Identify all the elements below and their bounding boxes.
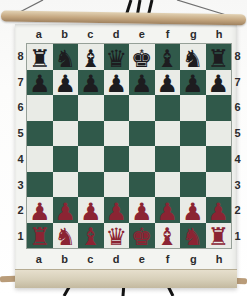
- rank-labels-right: 87654321: [232, 43, 243, 249]
- rank-label: 5: [232, 120, 243, 146]
- piece-red-bishop[interactable]: ♝: [156, 225, 178, 249]
- file-label: e: [129, 252, 155, 266]
- piece-red-knight[interactable]: ♞: [182, 225, 204, 249]
- piece-black-pawn[interactable]: ♟: [156, 72, 178, 96]
- rank-label: 6: [232, 95, 243, 121]
- rank-label: 4: [232, 146, 243, 172]
- square-f1[interactable]: ♝: [155, 223, 181, 249]
- file-label: g: [181, 27, 207, 41]
- square-d1[interactable]: ♛: [104, 223, 130, 249]
- square-c8[interactable]: ♝: [78, 44, 104, 70]
- square-d6[interactable]: [104, 95, 130, 121]
- square-g8[interactable]: ♞: [180, 44, 206, 70]
- square-d3[interactable]: [104, 172, 130, 198]
- square-h6[interactable]: [206, 95, 232, 121]
- piece-black-pawn[interactable]: ♟: [54, 72, 76, 96]
- square-c1[interactable]: ♝: [78, 223, 104, 249]
- square-c6[interactable]: [78, 95, 104, 121]
- piece-red-pawn[interactable]: ♟: [105, 200, 127, 224]
- file-label: b: [52, 252, 78, 266]
- piece-red-pawn[interactable]: ♟: [54, 200, 76, 224]
- square-g5[interactable]: [180, 121, 206, 147]
- file-label: g: [181, 252, 207, 266]
- square-e4[interactable]: [129, 146, 155, 172]
- square-a4[interactable]: [27, 146, 53, 172]
- piece-red-pawn[interactable]: ♟: [182, 200, 204, 224]
- square-a7[interactable]: ♟: [27, 70, 53, 96]
- piece-black-bishop[interactable]: ♝: [156, 47, 178, 71]
- file-label: b: [52, 27, 78, 41]
- square-h3[interactable]: [206, 172, 232, 198]
- square-f5[interactable]: [155, 121, 181, 147]
- piece-red-bishop[interactable]: ♝: [80, 225, 102, 249]
- piece-red-rook[interactable]: ♜: [207, 225, 229, 249]
- square-a5[interactable]: [27, 121, 53, 147]
- square-h8[interactable]: ♜: [206, 44, 232, 70]
- file-label: d: [103, 27, 129, 41]
- rank-label: 3: [232, 172, 243, 198]
- square-a1[interactable]: ♜: [27, 223, 53, 249]
- rank-label: 5: [15, 120, 26, 146]
- piece-red-pawn[interactable]: ♟: [80, 200, 102, 224]
- piece-black-pawn[interactable]: ♟: [29, 72, 51, 96]
- square-f4[interactable]: [155, 146, 181, 172]
- file-label: a: [26, 252, 52, 266]
- demo-board-scene: abcdefgh 87654321 87654321 ♜♞♝♛♚♝♞♜♟♟♟♟♟…: [0, 0, 247, 296]
- file-label: c: [78, 27, 104, 41]
- piece-black-queen[interactable]: ♛: [105, 47, 127, 71]
- file-label: c: [78, 252, 104, 266]
- piece-black-bishop[interactable]: ♝: [80, 47, 102, 71]
- square-c7[interactable]: ♟: [78, 70, 104, 96]
- piece-black-king[interactable]: ♚: [131, 47, 153, 71]
- square-b5[interactable]: [53, 121, 79, 147]
- square-g3[interactable]: [180, 172, 206, 198]
- piece-black-rook[interactable]: ♜: [207, 47, 229, 71]
- file-label: h: [206, 27, 232, 41]
- piece-red-king[interactable]: ♚: [131, 225, 153, 249]
- piece-black-pawn[interactable]: ♟: [131, 72, 153, 96]
- square-g7[interactable]: ♟: [180, 70, 206, 96]
- square-f2[interactable]: ♟: [155, 197, 181, 223]
- file-label: e: [129, 27, 155, 41]
- piece-black-rook[interactable]: ♜: [29, 47, 51, 71]
- file-labels-top: abcdefgh: [26, 27, 232, 41]
- rank-label: 4: [15, 146, 26, 172]
- demo-board-banner: abcdefgh 87654321 87654321 ♜♞♝♛♚♝♞♜♟♟♟♟♟…: [15, 24, 237, 288]
- square-e8[interactable]: ♚: [129, 44, 155, 70]
- square-d8[interactable]: ♛: [104, 44, 130, 70]
- square-h1[interactable]: ♜: [206, 223, 232, 249]
- piece-red-pawn[interactable]: ♟: [207, 200, 229, 224]
- square-e7[interactable]: ♟: [129, 70, 155, 96]
- square-f7[interactable]: ♟: [155, 70, 181, 96]
- rank-label: 2: [232, 198, 243, 224]
- piece-red-pawn[interactable]: ♟: [156, 200, 178, 224]
- piece-black-pawn[interactable]: ♟: [80, 72, 102, 96]
- square-g1[interactable]: ♞: [180, 223, 206, 249]
- square-e6[interactable]: [129, 95, 155, 121]
- square-a8[interactable]: ♜: [27, 44, 53, 70]
- square-f6[interactable]: [155, 95, 181, 121]
- piece-black-pawn[interactable]: ♟: [207, 72, 229, 96]
- piece-red-queen[interactable]: ♛: [105, 225, 127, 249]
- square-c5[interactable]: [78, 121, 104, 147]
- file-label: f: [155, 252, 181, 266]
- square-e5[interactable]: [129, 121, 155, 147]
- square-d2[interactable]: ♟: [104, 197, 130, 223]
- square-f8[interactable]: ♝: [155, 44, 181, 70]
- file-label: h: [206, 252, 232, 266]
- rank-labels-left: 87654321: [15, 43, 26, 249]
- square-a6[interactable]: [27, 95, 53, 121]
- square-b1[interactable]: ♞: [53, 223, 79, 249]
- square-h5[interactable]: [206, 121, 232, 147]
- rank-label: 1: [15, 223, 26, 249]
- square-e1[interactable]: ♚: [129, 223, 155, 249]
- piece-black-pawn[interactable]: ♟: [105, 72, 127, 96]
- square-d4[interactable]: [104, 146, 130, 172]
- piece-red-pawn[interactable]: ♟: [131, 200, 153, 224]
- rank-label: 1: [232, 223, 243, 249]
- rank-label: 7: [232, 69, 243, 95]
- rank-label: 7: [15, 69, 26, 95]
- square-a3[interactable]: [27, 172, 53, 198]
- square-c3[interactable]: [78, 172, 104, 198]
- square-e2[interactable]: ♟: [129, 197, 155, 223]
- square-e3[interactable]: [129, 172, 155, 198]
- square-b2[interactable]: ♟: [53, 197, 79, 223]
- square-g4[interactable]: [180, 146, 206, 172]
- square-h7[interactable]: ♟: [206, 70, 232, 96]
- file-label: d: [103, 252, 129, 266]
- chess-board: ♜♞♝♛♚♝♞♜♟♟♟♟♟♟♟♟♟♟♟♟♟♟♟♟♜♞♝♛♚♝♞♜: [26, 43, 232, 249]
- square-b3[interactable]: [53, 172, 79, 198]
- piece-red-rook[interactable]: ♜: [29, 225, 51, 249]
- piece-black-knight[interactable]: ♞: [54, 47, 76, 71]
- square-b4[interactable]: [53, 146, 79, 172]
- square-c2[interactable]: ♟: [78, 197, 104, 223]
- file-label: a: [26, 27, 52, 41]
- square-b8[interactable]: ♞: [53, 44, 79, 70]
- piece-black-pawn[interactable]: ♟: [182, 72, 204, 96]
- rank-label: 2: [15, 198, 26, 224]
- piece-red-pawn[interactable]: ♟: [29, 200, 51, 224]
- square-b6[interactable]: [53, 95, 79, 121]
- square-g2[interactable]: ♟: [180, 197, 206, 223]
- rank-label: 3: [15, 172, 26, 198]
- square-d7[interactable]: ♟: [104, 70, 130, 96]
- piece-black-knight[interactable]: ♞: [182, 47, 204, 71]
- bottom-dowel-pocket: [15, 269, 237, 288]
- rank-label: 8: [232, 43, 243, 69]
- file-labels-bottom: abcdefgh: [26, 252, 232, 266]
- square-c4[interactable]: [78, 146, 104, 172]
- square-b7[interactable]: ♟: [53, 70, 79, 96]
- square-a2[interactable]: ♟: [27, 197, 53, 223]
- piece-red-knight[interactable]: ♞: [54, 225, 76, 249]
- rank-label: 8: [15, 43, 26, 69]
- square-f3[interactable]: [155, 172, 181, 198]
- square-d5[interactable]: [104, 121, 130, 147]
- square-h2[interactable]: ♟: [206, 197, 232, 223]
- square-g6[interactable]: [180, 95, 206, 121]
- rank-label: 6: [15, 95, 26, 121]
- file-label: f: [155, 27, 181, 41]
- square-h4[interactable]: [206, 146, 232, 172]
